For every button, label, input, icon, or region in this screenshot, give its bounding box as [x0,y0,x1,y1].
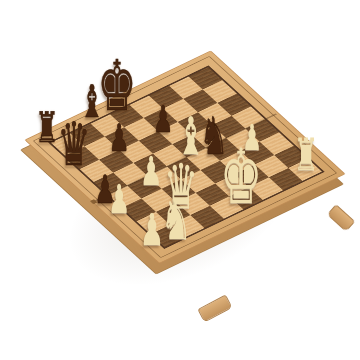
piece-white-king-e1: ♚ [220,139,262,215]
piece-black-rook-a8: ♜ [35,107,58,149]
piece-white-pawn-a1: ♟ [140,208,164,252]
piece-white-rook-h1: ♜ [293,132,318,177]
piece-black-pawn-e6: ♟ [153,101,174,138]
piece-white-pawn-a3: ♟ [108,179,130,219]
piece-black-queen-a7: ♛ [57,114,90,174]
piece-black-pawn-c6: ♟ [108,119,129,157]
chess-set-photo: ♜♝♚♛♟♟♞♟♝♟♜♟♚♛♟♞♟ [0,0,360,360]
piece-white-pawn-c4: ♟ [140,151,162,191]
piece-white-knight-b1: ♞ [160,192,191,248]
